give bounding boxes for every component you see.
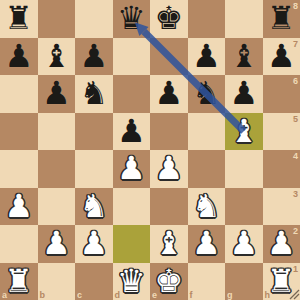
square-a3[interactable]: ♟ <box>0 188 38 226</box>
rank-label-5: 5 <box>293 114 298 124</box>
chess-board-widget: ♜♛♚♜8♟♝♟♟♝♟7♟♞♟♞♟6♟♝5♟♟4♟♞♞3♟♟♝♟♟♟2♜abc♛… <box>0 0 300 300</box>
square-d3[interactable] <box>113 188 151 226</box>
white-pawn[interactable]: ♟ <box>75 225 113 263</box>
square-d8[interactable]: ♛ <box>113 0 151 38</box>
black-pawn[interactable]: ♟ <box>38 75 76 113</box>
square-b7[interactable]: ♝ <box>38 38 76 76</box>
black-queen[interactable]: ♛ <box>113 0 151 38</box>
square-c3[interactable]: ♞ <box>75 188 113 226</box>
square-d1[interactable]: ♛d <box>113 263 151 300</box>
file-label-f: f <box>190 290 193 300</box>
white-pawn[interactable]: ♟ <box>263 225 301 263</box>
black-knight[interactable]: ♞ <box>188 75 226 113</box>
square-a8[interactable]: ♜ <box>0 0 38 38</box>
square-d7[interactable] <box>113 38 151 76</box>
square-b8[interactable] <box>38 0 76 38</box>
square-h2[interactable]: ♟2 <box>263 225 301 263</box>
square-g5[interactable]: ♝ <box>225 113 263 151</box>
square-e4[interactable]: ♟ <box>150 150 188 188</box>
file-label-b: b <box>40 290 46 300</box>
square-e5[interactable] <box>150 113 188 151</box>
black-bishop[interactable]: ♝ <box>38 38 76 76</box>
square-g3[interactable] <box>225 188 263 226</box>
square-d4[interactable]: ♟ <box>113 150 151 188</box>
file-label-g: g <box>227 290 233 300</box>
square-h3[interactable]: 3 <box>263 188 301 226</box>
black-pawn[interactable]: ♟ <box>263 38 301 76</box>
square-h7[interactable]: ♟7 <box>263 38 301 76</box>
black-pawn[interactable]: ♟ <box>150 75 188 113</box>
square-b2[interactable]: ♟ <box>38 225 76 263</box>
square-h5[interactable]: 5 <box>263 113 301 151</box>
square-d6[interactable] <box>113 75 151 113</box>
square-c8[interactable] <box>75 0 113 38</box>
square-b3[interactable] <box>38 188 76 226</box>
square-g7[interactable]: ♝ <box>225 38 263 76</box>
file-label-c: c <box>77 290 82 300</box>
white-pawn[interactable]: ♟ <box>113 150 151 188</box>
white-knight[interactable]: ♞ <box>188 188 226 226</box>
square-e7[interactable] <box>150 38 188 76</box>
chess-board: ♜♛♚♜8♟♝♟♟♝♟7♟♞♟♞♟6♟♝5♟♟4♟♞♞3♟♟♝♟♟♟2♜abc♛… <box>0 0 300 300</box>
black-pawn[interactable]: ♟ <box>225 75 263 113</box>
rank-label-3: 3 <box>293 189 298 199</box>
white-pawn[interactable]: ♟ <box>150 150 188 188</box>
square-e2[interactable]: ♝ <box>150 225 188 263</box>
square-f3[interactable]: ♞ <box>188 188 226 226</box>
square-e6[interactable]: ♟ <box>150 75 188 113</box>
square-a5[interactable] <box>0 113 38 151</box>
black-pawn[interactable]: ♟ <box>188 38 226 76</box>
square-f1[interactable]: f <box>188 263 226 300</box>
square-c6[interactable]: ♞ <box>75 75 113 113</box>
square-d5[interactable]: ♟ <box>113 113 151 151</box>
square-f4[interactable] <box>188 150 226 188</box>
square-b6[interactable]: ♟ <box>38 75 76 113</box>
square-e3[interactable] <box>150 188 188 226</box>
square-g2[interactable]: ♟ <box>225 225 263 263</box>
square-f2[interactable]: ♟ <box>188 225 226 263</box>
square-g8[interactable] <box>225 0 263 38</box>
square-c7[interactable]: ♟ <box>75 38 113 76</box>
square-c1[interactable]: c <box>75 263 113 300</box>
square-e1[interactable]: ♚e <box>150 263 188 300</box>
square-f5[interactable] <box>188 113 226 151</box>
white-bishop[interactable]: ♝ <box>150 225 188 263</box>
white-pawn[interactable]: ♟ <box>188 225 226 263</box>
square-c2[interactable]: ♟ <box>75 225 113 263</box>
black-pawn[interactable]: ♟ <box>113 113 151 151</box>
square-f6[interactable]: ♞ <box>188 75 226 113</box>
square-g1[interactable]: g <box>225 263 263 300</box>
square-b4[interactable] <box>38 150 76 188</box>
square-f8[interactable] <box>188 0 226 38</box>
white-bishop[interactable]: ♝ <box>225 113 263 151</box>
black-rook[interactable]: ♜ <box>263 0 301 38</box>
square-a7[interactable]: ♟ <box>0 38 38 76</box>
square-h8[interactable]: ♜8 <box>263 0 301 38</box>
square-c5[interactable] <box>75 113 113 151</box>
resize-handle-icon[interactable] <box>286 286 300 300</box>
square-h4[interactable]: 4 <box>263 150 301 188</box>
square-b5[interactable] <box>38 113 76 151</box>
square-a1[interactable]: ♜a <box>0 263 38 300</box>
white-rook[interactable]: ♜ <box>0 263 38 300</box>
square-h6[interactable]: 6 <box>263 75 301 113</box>
white-knight[interactable]: ♞ <box>75 188 113 226</box>
black-rook[interactable]: ♜ <box>0 0 38 38</box>
square-d2[interactable] <box>113 225 151 263</box>
square-c4[interactable] <box>75 150 113 188</box>
black-bishop[interactable]: ♝ <box>225 38 263 76</box>
square-a2[interactable] <box>0 225 38 263</box>
square-g4[interactable] <box>225 150 263 188</box>
white-queen[interactable]: ♛ <box>113 263 151 300</box>
black-pawn[interactable]: ♟ <box>0 38 38 76</box>
black-pawn[interactable]: ♟ <box>75 38 113 76</box>
square-f7[interactable]: ♟ <box>188 38 226 76</box>
rank-label-4: 4 <box>293 151 298 161</box>
square-a4[interactable] <box>0 150 38 188</box>
white-pawn[interactable]: ♟ <box>0 188 38 226</box>
white-king[interactable]: ♚ <box>150 263 188 300</box>
square-b1[interactable]: b <box>38 263 76 300</box>
square-g6[interactable]: ♟ <box>225 75 263 113</box>
white-pawn[interactable]: ♟ <box>38 225 76 263</box>
square-a6[interactable] <box>0 75 38 113</box>
square-e8[interactable]: ♚ <box>150 0 188 38</box>
rank-label-6: 6 <box>293 76 298 86</box>
black-king[interactable]: ♚ <box>150 0 188 38</box>
black-knight[interactable]: ♞ <box>75 75 113 113</box>
white-pawn[interactable]: ♟ <box>225 225 263 263</box>
